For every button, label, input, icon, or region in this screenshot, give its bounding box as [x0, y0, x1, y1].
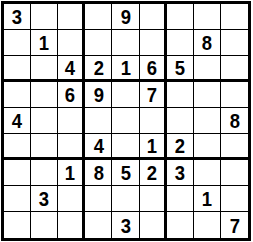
cell-empty[interactable]: [85, 186, 112, 212]
cell-empty[interactable]: [4, 186, 31, 212]
given-digit: 7: [146, 84, 156, 105]
cell-given[interactable]: 3: [31, 186, 58, 212]
cell-given[interactable]: 6: [140, 56, 167, 82]
cell-given[interactable]: 4: [85, 134, 112, 160]
cell-empty[interactable]: [4, 82, 31, 108]
cell-empty[interactable]: [31, 56, 58, 82]
cell-empty[interactable]: [58, 186, 85, 212]
cell-empty[interactable]: [58, 212, 85, 238]
cell-given[interactable]: 1: [58, 160, 85, 186]
cell-given[interactable]: 7: [221, 212, 248, 238]
given-digit: 9: [120, 6, 130, 27]
given-digit: 1: [65, 162, 75, 183]
cell-empty[interactable]: [194, 212, 221, 238]
given-digit: 8: [202, 32, 212, 53]
cell-empty[interactable]: [85, 30, 112, 56]
given-digit: 3: [120, 215, 130, 236]
cell-empty[interactable]: [167, 108, 194, 134]
cell-given[interactable]: 4: [4, 108, 31, 134]
cell-given[interactable]: 2: [140, 160, 167, 186]
given-digit: 1: [146, 135, 156, 156]
cell-empty[interactable]: [221, 82, 248, 108]
cell-empty[interactable]: [85, 4, 112, 30]
cell-empty[interactable]: [221, 186, 248, 212]
cell-empty[interactable]: [4, 160, 31, 186]
given-digit: 2: [146, 162, 156, 183]
cell-empty[interactable]: [140, 212, 167, 238]
cell-given[interactable]: 5: [167, 56, 194, 82]
given-digit: 2: [175, 135, 185, 156]
given-digit: 6: [146, 57, 156, 78]
cell-empty[interactable]: [58, 134, 85, 160]
cell-empty[interactable]: [31, 4, 58, 30]
sudoku-board: 39184216569748412185233137: [1, 1, 251, 241]
cell-empty[interactable]: [194, 160, 221, 186]
cell-empty[interactable]: [194, 56, 221, 82]
given-digit: 3: [12, 6, 22, 27]
given-digit: 5: [120, 162, 130, 183]
given-digit: 4: [93, 135, 103, 156]
cell-empty[interactable]: [194, 134, 221, 160]
cell-given[interactable]: 8: [221, 108, 248, 134]
cell-given[interactable]: 8: [194, 30, 221, 56]
cell-empty[interactable]: [112, 82, 139, 108]
given-digit: 1: [39, 32, 49, 53]
cell-empty[interactable]: [221, 4, 248, 30]
cell-given[interactable]: 4: [58, 56, 85, 82]
cell-given[interactable]: 5: [112, 160, 139, 186]
cell-empty[interactable]: [4, 212, 31, 238]
cell-empty[interactable]: [58, 108, 85, 134]
cell-empty[interactable]: [221, 160, 248, 186]
cell-given[interactable]: 2: [167, 134, 194, 160]
cell-empty[interactable]: [4, 134, 31, 160]
cell-given[interactable]: 1: [194, 186, 221, 212]
cell-empty[interactable]: [221, 134, 248, 160]
cell-empty[interactable]: [31, 108, 58, 134]
cell-empty[interactable]: [194, 108, 221, 134]
given-digit: 6: [65, 84, 75, 105]
cell-empty[interactable]: [31, 134, 58, 160]
sudoku-screenshot: 39184216569748412185233137: [0, 0, 253, 242]
cell-empty[interactable]: [58, 4, 85, 30]
given-digit: 2: [93, 57, 103, 78]
cell-empty[interactable]: [167, 186, 194, 212]
cell-given[interactable]: 1: [112, 56, 139, 82]
cell-empty[interactable]: [221, 56, 248, 82]
given-digit: 1: [120, 57, 130, 78]
cell-empty[interactable]: [140, 108, 167, 134]
given-digit: 9: [93, 84, 103, 105]
cell-empty[interactable]: [85, 212, 112, 238]
given-digit: 8: [229, 110, 239, 131]
given-digit: 4: [65, 57, 75, 78]
given-digit: 7: [229, 215, 239, 236]
cell-given[interactable]: 3: [4, 4, 31, 30]
cell-empty[interactable]: [85, 108, 112, 134]
cell-empty[interactable]: [112, 186, 139, 212]
cell-empty[interactable]: [112, 108, 139, 134]
cell-given[interactable]: 3: [112, 212, 139, 238]
given-digit: 8: [93, 162, 103, 183]
cell-empty[interactable]: [112, 134, 139, 160]
cell-empty[interactable]: [112, 30, 139, 56]
cell-empty[interactable]: [194, 82, 221, 108]
cell-empty[interactable]: [167, 212, 194, 238]
cell-given[interactable]: 9: [85, 82, 112, 108]
cell-empty[interactable]: [167, 82, 194, 108]
cell-given[interactable]: 3: [167, 160, 194, 186]
cell-given[interactable]: 1: [31, 30, 58, 56]
cell-empty[interactable]: [194, 4, 221, 30]
cell-given[interactable]: 2: [85, 56, 112, 82]
cell-empty[interactable]: [167, 4, 194, 30]
given-digit: 3: [175, 162, 185, 183]
cell-empty[interactable]: [58, 30, 85, 56]
cell-given[interactable]: 6: [58, 82, 85, 108]
cell-given[interactable]: 1: [140, 134, 167, 160]
cell-given[interactable]: 7: [140, 82, 167, 108]
cell-empty[interactable]: [4, 56, 31, 82]
cell-empty[interactable]: [221, 30, 248, 56]
cell-empty[interactable]: [140, 30, 167, 56]
given-digit: 3: [39, 188, 49, 209]
cell-empty[interactable]: [31, 212, 58, 238]
cell-empty[interactable]: [31, 82, 58, 108]
cell-given[interactable]: 8: [85, 160, 112, 186]
cell-empty[interactable]: [4, 30, 31, 56]
cell-empty[interactable]: [167, 30, 194, 56]
cell-given[interactable]: 9: [112, 4, 139, 30]
given-digit: 5: [175, 57, 185, 78]
given-digit: 4: [12, 110, 22, 131]
cell-empty[interactable]: [140, 186, 167, 212]
given-digit: 1: [202, 188, 212, 209]
cell-empty[interactable]: [140, 4, 167, 30]
cell-empty[interactable]: [31, 160, 58, 186]
